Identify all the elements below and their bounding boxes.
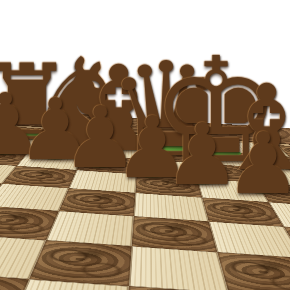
piece-pawn-f7[interactable]: ♟	[221, 121, 291, 206]
chessboard-photo: ♜♞♝♛♚♝♟♟♟♟♟♟	[0, 0, 290, 290]
pieces-layer: ♜♞♝♛♚♝♟♟♟♟♟♟	[0, 0, 290, 290]
